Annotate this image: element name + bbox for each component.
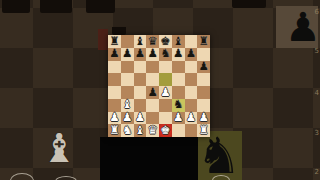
background-black-patch (100, 137, 198, 180)
square-f6[interactable] (172, 61, 185, 74)
white-knight[interactable]: ♞ (121, 124, 134, 137)
square-b5[interactable] (121, 73, 134, 86)
black-pawn[interactable]: ♟ (121, 48, 134, 61)
square-d3[interactable] (146, 99, 159, 112)
square-d1[interactable]: ♛ (146, 124, 159, 137)
square-g7[interactable]: ♟ (185, 48, 198, 61)
square-h1[interactable]: ♜ (197, 124, 210, 137)
black-pawn[interactable]: ♟ (134, 48, 147, 61)
square-g1[interactable] (185, 124, 198, 137)
white-pawn[interactable]: ♟ (172, 112, 185, 125)
square-a5[interactable] (108, 73, 121, 86)
square-c6[interactable] (134, 61, 147, 74)
background-white-piece-top (212, 175, 230, 180)
white-rook[interactable]: ♜ (108, 124, 121, 137)
white-pawn[interactable]: ♟ (185, 112, 198, 125)
square-e4[interactable]: ♟ (159, 86, 172, 99)
shorts-frame: ♟ ♝ ♞ 6 5 4 3 2 ♜♝♛♚♝♜♟♟♟♟♞♟♟♟♟♟♝♞♟♟♟♟♟♟… (0, 0, 320, 180)
background-piece-base (232, 0, 266, 8)
black-pawn[interactable]: ♟ (108, 48, 121, 61)
square-e7[interactable]: ♞ (159, 48, 172, 61)
square-e3[interactable] (159, 99, 172, 112)
square-e1[interactable]: ♚ (159, 124, 172, 137)
white-bishop[interactable]: ♝ (134, 124, 147, 137)
black-knight-icon: ♞ (198, 131, 242, 180)
bg-rank-label-2: 2 (315, 169, 319, 176)
square-b7[interactable]: ♟ (121, 48, 134, 61)
background-piece-base (40, 0, 72, 13)
black-pawn[interactable]: ♟ (146, 48, 159, 61)
background-piece-base (86, 0, 115, 13)
black-pawn[interactable]: ♟ (185, 48, 198, 61)
square-h4[interactable] (197, 86, 210, 99)
square-g2[interactable]: ♟ (185, 112, 198, 125)
square-a6[interactable] (108, 61, 121, 74)
black-pawn[interactable]: ♟ (146, 86, 159, 99)
background-green-square: ♞ (198, 131, 242, 180)
white-king[interactable]: ♚ (159, 124, 172, 137)
square-a7[interactable]: ♟ (108, 48, 121, 61)
square-f7[interactable]: ♟ (172, 48, 185, 61)
white-pawn[interactable]: ♟ (159, 86, 172, 99)
white-rook[interactable]: ♜ (197, 124, 210, 137)
square-f2[interactable]: ♟ (172, 112, 185, 125)
black-rook[interactable]: ♜ (197, 35, 210, 48)
square-b1[interactable]: ♞ (121, 124, 134, 137)
square-g6[interactable] (185, 61, 198, 74)
black-pawn[interactable]: ♟ (197, 61, 210, 74)
square-b6[interactable] (121, 61, 134, 74)
bg-rank-label-5: 5 (315, 48, 319, 55)
square-a1[interactable]: ♜ (108, 124, 121, 137)
black-knight[interactable]: ♞ (159, 48, 172, 61)
square-c7[interactable]: ♟ (134, 48, 147, 61)
white-queen[interactable]: ♛ (146, 124, 159, 137)
background-red-square-hint (98, 29, 108, 50)
square-c1[interactable]: ♝ (134, 124, 147, 137)
square-d4[interactable]: ♟ (146, 86, 159, 99)
square-f1[interactable] (172, 124, 185, 137)
square-g4[interactable] (185, 86, 198, 99)
square-h8[interactable]: ♜ (197, 35, 210, 48)
square-c4[interactable] (134, 86, 147, 99)
square-h6[interactable]: ♟ (197, 61, 210, 74)
black-pawn[interactable]: ♟ (172, 48, 185, 61)
bg-rank-label-6: 6 (315, 9, 319, 16)
square-a4[interactable] (108, 86, 121, 99)
bg-rank-label-4: 4 (315, 90, 319, 97)
background-white-piece-top (55, 176, 77, 180)
square-c5[interactable] (134, 73, 147, 86)
square-d7[interactable]: ♟ (146, 48, 159, 61)
square-h5[interactable] (197, 73, 210, 86)
square-f5[interactable] (172, 73, 185, 86)
bg-rank-label-3: 3 (315, 130, 319, 137)
square-g5[interactable] (185, 73, 198, 86)
background-piece-base (2, 0, 30, 13)
chess-board[interactable]: ♜♝♛♚♝♜♟♟♟♟♞♟♟♟♟♟♝♞♟♟♟♟♟♟♜♞♝♛♚♜ (108, 35, 210, 137)
square-e6[interactable] (159, 61, 172, 74)
square-d6[interactable] (146, 61, 159, 74)
white-bishop-icon: ♝ (42, 127, 76, 169)
